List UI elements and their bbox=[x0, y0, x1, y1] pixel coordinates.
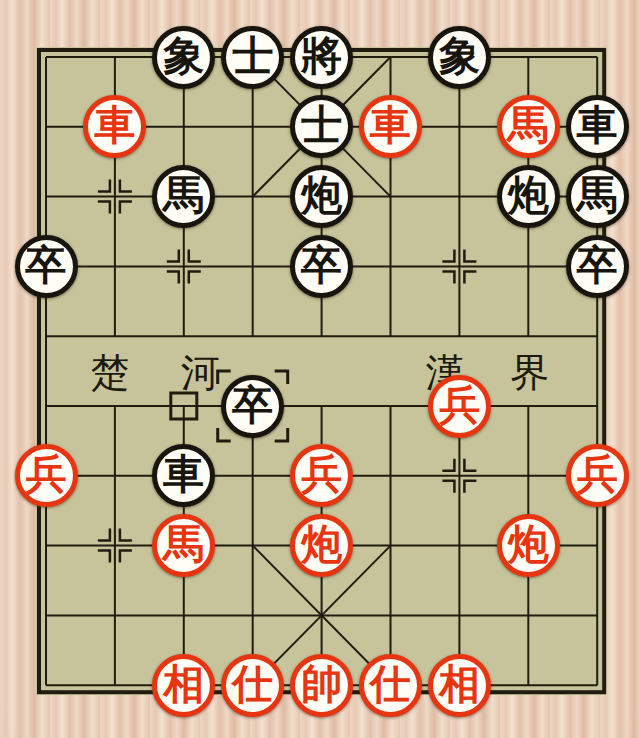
river-label-char: 河 bbox=[178, 351, 222, 395]
piece-glyph: 士 bbox=[232, 36, 273, 77]
piece-glyph: 馬 bbox=[508, 105, 549, 146]
piece-black-cannon[interactable]: 炮 bbox=[290, 165, 353, 228]
piece-red-soldier[interactable]: 兵 bbox=[290, 444, 353, 507]
piece-glyph: 車 bbox=[370, 105, 411, 146]
piece-glyph: 仕 bbox=[370, 664, 411, 705]
piece-black-horse[interactable]: 馬 bbox=[566, 165, 629, 228]
piece-glyph: 車 bbox=[94, 105, 135, 146]
piece-red-soldier[interactable]: 兵 bbox=[428, 375, 491, 438]
piece-glyph: 相 bbox=[163, 664, 204, 705]
piece-glyph: 兵 bbox=[577, 454, 618, 495]
piece-black-advisor[interactable]: 士 bbox=[290, 95, 353, 158]
piece-glyph: 象 bbox=[163, 36, 204, 77]
piece-glyph: 炮 bbox=[508, 175, 549, 216]
app-background: 楚河漢界 象士將象車士車馬車馬炮炮馬卒卒卒卒兵兵車兵兵馬炮炮相仕帥仕相 bbox=[0, 0, 640, 738]
piece-glyph: 仕 bbox=[232, 664, 273, 705]
piece-red-soldier[interactable]: 兵 bbox=[566, 444, 629, 507]
piece-red-horse[interactable]: 馬 bbox=[497, 95, 560, 158]
piece-glyph: 炮 bbox=[508, 524, 549, 565]
piece-red-chariot[interactable]: 車 bbox=[359, 95, 422, 158]
piece-black-soldier[interactable]: 卒 bbox=[290, 235, 353, 298]
piece-red-soldier[interactable]: 兵 bbox=[15, 444, 78, 507]
piece-black-elephant[interactable]: 象 bbox=[428, 26, 491, 89]
piece-glyph: 車 bbox=[577, 105, 618, 146]
piece-glyph: 炮 bbox=[301, 524, 342, 565]
piece-glyph: 兵 bbox=[439, 385, 480, 426]
piece-glyph: 象 bbox=[439, 36, 480, 77]
piece-red-horse[interactable]: 馬 bbox=[152, 514, 215, 577]
piece-black-horse[interactable]: 馬 bbox=[152, 165, 215, 228]
piece-glyph: 相 bbox=[439, 664, 480, 705]
piece-glyph: 士 bbox=[301, 105, 342, 146]
piece-red-cannon[interactable]: 炮 bbox=[497, 514, 560, 577]
piece-glyph: 卒 bbox=[232, 385, 273, 426]
piece-black-elephant[interactable]: 象 bbox=[152, 26, 215, 89]
piece-red-general[interactable]: 帥 bbox=[290, 654, 353, 717]
piece-black-soldier[interactable]: 卒 bbox=[566, 235, 629, 298]
piece-red-cannon[interactable]: 炮 bbox=[290, 514, 353, 577]
piece-glyph: 馬 bbox=[163, 524, 204, 565]
piece-black-soldier[interactable]: 卒 bbox=[221, 375, 284, 438]
piece-black-chariot[interactable]: 車 bbox=[566, 95, 629, 158]
river-label-char: 界 bbox=[508, 351, 552, 395]
river-label-char: 楚 bbox=[88, 351, 132, 395]
piece-glyph: 兵 bbox=[26, 454, 67, 495]
piece-glyph: 兵 bbox=[301, 454, 342, 495]
piece-glyph: 卒 bbox=[577, 245, 618, 286]
piece-black-cannon[interactable]: 炮 bbox=[497, 165, 560, 228]
piece-black-soldier[interactable]: 卒 bbox=[15, 235, 78, 298]
piece-red-advisor[interactable]: 仕 bbox=[221, 654, 284, 717]
piece-glyph: 卒 bbox=[301, 245, 342, 286]
piece-black-advisor[interactable]: 士 bbox=[221, 26, 284, 89]
piece-black-general[interactable]: 將 bbox=[290, 26, 353, 89]
piece-glyph: 車 bbox=[163, 454, 204, 495]
piece-red-elephant[interactable]: 相 bbox=[152, 654, 215, 717]
piece-glyph: 將 bbox=[301, 36, 342, 77]
piece-glyph: 馬 bbox=[163, 175, 204, 216]
piece-red-advisor[interactable]: 仕 bbox=[359, 654, 422, 717]
piece-glyph: 炮 bbox=[301, 175, 342, 216]
piece-red-elephant[interactable]: 相 bbox=[428, 654, 491, 717]
piece-glyph: 帥 bbox=[301, 664, 342, 705]
piece-glyph: 卒 bbox=[26, 245, 67, 286]
piece-glyph: 馬 bbox=[577, 175, 618, 216]
